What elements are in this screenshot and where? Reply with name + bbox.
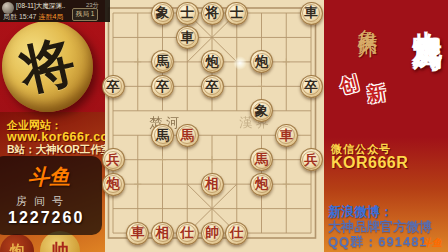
left-promo-panel: 将 企业网站： www.kor666r.com B站：大神KOR工作室 炮 帅 … <box>0 0 105 252</box>
piece-black-2-0[interactable]: 象 <box>151 2 174 25</box>
last-move-highlight <box>233 56 247 70</box>
piece-red-4-9[interactable]: 帥 <box>201 222 224 245</box>
piece-char: 卒 <box>304 80 318 94</box>
piece-black-8-3[interactable]: 卒 <box>300 75 323 98</box>
room-number-value: 1227260 <box>8 209 84 227</box>
piece-char: 卒 <box>156 80 170 94</box>
piece-char: 炮 <box>205 55 219 69</box>
piece-red-0-6[interactable]: 兵 <box>102 148 125 171</box>
piece-char: 炮 <box>255 177 269 191</box>
opening-headline: 中炮对屏风马 <box>406 6 447 234</box>
piece-char: 将 <box>205 6 219 20</box>
piece-red-0-7[interactable]: 炮 <box>102 173 125 196</box>
piece-char: 馬 <box>255 153 269 167</box>
piece-black-0-3[interactable]: 卒 <box>102 75 125 98</box>
piece-black-2-5[interactable]: 馬 <box>151 124 174 147</box>
wechat-id: KOR666R <box>331 154 408 172</box>
decor-general-piece: 将 <box>0 12 102 121</box>
site-url: www.kor666r.com <box>7 130 120 144</box>
right-promo-panel: 中炮对屏风马 象棋大师 创 新 微信公众号 KOR666R 新浪微博： 大神品牌… <box>324 0 448 252</box>
piece-black-3-1[interactable]: 車 <box>176 26 199 49</box>
stats-line: 局胜 15:47 连胜4局 <box>3 12 63 22</box>
piece-red-3-5[interactable]: 馬 <box>176 124 199 147</box>
piece-char: 帥 <box>205 226 219 240</box>
piece-char: 車 <box>131 226 145 240</box>
piece-char: 馬 <box>156 55 170 69</box>
piece-red-7-5[interactable]: 車 <box>275 124 298 147</box>
piece-red-4-7[interactable]: 相 <box>201 173 224 196</box>
piece-char: 馬 <box>181 129 195 143</box>
level-title: [08-11]大魔深渊.. <box>16 2 65 11</box>
piece-char: 象 <box>156 6 170 20</box>
piece-char: 卒 <box>106 80 120 94</box>
piece-black-4-3[interactable]: 卒 <box>201 75 224 98</box>
piece-char: 象 <box>255 104 269 118</box>
piece-red-8-6[interactable]: 兵 <box>300 148 323 171</box>
piece-char: 士 <box>181 6 195 20</box>
mode-badge[interactable]: 残局 1 <box>72 8 98 21</box>
streak-text: 连胜4局 <box>38 13 63 20</box>
piece-char: 兵 <box>106 153 120 167</box>
piece-char: 卒 <box>205 80 219 94</box>
xiangqi-board[interactable]: 楚河 漢界 象士将士車車馬炮炮卒卒卒卒象馬馬車兵馬兵炮相炮車相仕帥仕 <box>105 0 324 252</box>
douyu-mini-logo: 斗鱼 <box>422 236 442 250</box>
piece-char: 炮 <box>255 55 269 69</box>
piece-char: 馬 <box>156 129 170 143</box>
piece-red-1-9[interactable]: 車 <box>126 222 149 245</box>
piece-char: 相 <box>156 226 170 240</box>
piece-red-5-9[interactable]: 仕 <box>225 222 248 245</box>
piece-char: 兵 <box>304 153 318 167</box>
piece-black-4-0[interactable]: 将 <box>201 2 224 25</box>
piece-char: 相 <box>205 177 219 191</box>
top-status-bar: [08-11]大魔深渊.. 局胜 15:47 连胜4局 23分 残局 1 <box>0 0 110 22</box>
piece-char: 車 <box>304 6 318 20</box>
piece-red-2-9[interactable]: 相 <box>151 222 174 245</box>
douyu-room-box: 斗鱼 房间号 1227260 <box>0 156 102 235</box>
piece-black-8-0[interactable]: 車 <box>300 2 323 25</box>
piece-black-3-0[interactable]: 士 <box>176 2 199 25</box>
douyu-logo: 斗鱼 <box>28 163 70 191</box>
decor-general-char: 将 <box>13 25 82 108</box>
qq-group-line: QQ群：691481 <box>328 233 428 251</box>
piece-black-5-0[interactable]: 士 <box>225 2 248 25</box>
piece-red-6-7[interactable]: 炮 <box>250 173 273 196</box>
piece-char: 仕 <box>230 226 244 240</box>
piece-black-2-3[interactable]: 卒 <box>151 75 174 98</box>
piece-red-3-9[interactable]: 仕 <box>176 222 199 245</box>
innovation-stamp: 创 新 <box>340 72 400 106</box>
piece-char: 炮 <box>106 177 120 191</box>
piece-char: 車 <box>280 129 294 143</box>
bilibili-line: B站：大神KOR工作室 <box>7 143 111 157</box>
room-number-label: 房间号 <box>16 194 70 209</box>
piece-char: 士 <box>230 6 244 20</box>
stream-overlay-root: 将 企业网站： www.kor666r.com B站：大神KOR工作室 炮 帅 … <box>0 0 448 252</box>
piece-char: 仕 <box>181 226 195 240</box>
piece-black-4-2[interactable]: 炮 <box>201 50 224 73</box>
piece-char: 車 <box>181 31 195 45</box>
